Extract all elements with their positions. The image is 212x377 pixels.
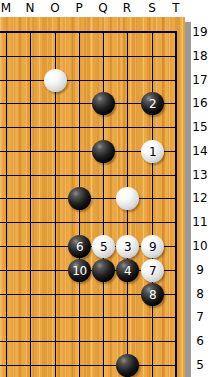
row-label-15: 15: [189, 119, 211, 135]
row-label-11: 11: [189, 214, 211, 230]
grid-line-horizontal-5: [0, 365, 177, 366]
row-label-13: 13: [189, 167, 211, 183]
grid-line-vertical-N: [30, 31, 31, 377]
move-number-label: 7: [149, 265, 156, 277]
goban[interactable]: 21653910478: [0, 17, 185, 377]
move-number-label: 1: [149, 146, 156, 158]
black-stone-R5: [116, 354, 139, 377]
column-label-P: P: [67, 1, 91, 15]
row-label-17: 17: [189, 72, 211, 88]
grid-line-horizontal-17: [0, 80, 177, 81]
grid-line-horizontal-18: [0, 56, 177, 57]
white-stone-S9: 7: [141, 259, 164, 282]
move-number-label: 6: [76, 241, 83, 253]
white-stone-S14: 1: [141, 140, 164, 163]
row-label-9: 9: [189, 262, 211, 278]
grid-line-vertical-M: [6, 31, 7, 377]
grid-line-vertical-T: [175, 31, 177, 377]
black-stone-P12: [68, 187, 91, 210]
column-label-R: R: [115, 1, 139, 15]
row-label-16: 16: [189, 95, 211, 111]
go-board-diagram: MNOPQRST 21653910478 1918171615141312111…: [0, 0, 212, 377]
grid-line-horizontal-15: [0, 127, 177, 128]
row-label-10: 10: [189, 238, 211, 254]
column-label-S: S: [140, 1, 164, 15]
move-number-label: 9: [149, 241, 156, 253]
grid-line-horizontal-6: [0, 341, 177, 342]
white-stone-S10: 9: [141, 235, 164, 258]
black-stone-Q14: [92, 140, 115, 163]
column-label-N: N: [18, 1, 42, 15]
grid-line-horizontal-7: [0, 317, 177, 318]
row-label-19: 19: [189, 24, 211, 40]
column-label-Q: Q: [91, 1, 115, 15]
row-label-6: 6: [189, 333, 211, 349]
grid-line-horizontal-19: [0, 31, 177, 33]
white-stone-R12: [116, 187, 139, 210]
move-number-label: 3: [124, 241, 131, 253]
row-label-7: 7: [189, 309, 211, 325]
row-label-8: 8: [189, 286, 211, 302]
black-stone-P9: 10: [68, 259, 91, 282]
move-number-label: 4: [124, 265, 131, 277]
row-label-12: 12: [189, 190, 211, 206]
move-number-label: 2: [149, 98, 156, 110]
column-label-M: M: [0, 1, 18, 15]
black-stone-P10: 6: [68, 235, 91, 258]
move-number-label: 8: [149, 289, 156, 301]
black-stone-Q9: [92, 259, 115, 282]
column-label-T: T: [164, 1, 188, 15]
column-label-O: O: [43, 1, 67, 15]
white-stone-R10: 3: [116, 235, 139, 258]
black-stone-S16: 2: [141, 92, 164, 115]
grid-line-horizontal-13: [0, 175, 177, 176]
move-number-label: 10: [72, 265, 86, 277]
row-label-14: 14: [189, 143, 211, 159]
black-stone-Q16: [92, 92, 115, 115]
white-stone-Q10: 5: [92, 235, 115, 258]
move-number-label: 5: [100, 241, 107, 253]
grid-line-vertical-S: [152, 31, 153, 377]
black-stone-S8: 8: [141, 283, 164, 306]
white-stone-O17: [44, 69, 67, 92]
black-stone-R9: 4: [116, 259, 139, 282]
row-label-18: 18: [189, 48, 211, 64]
grid-line-vertical-Q: [103, 31, 104, 377]
grid-line-horizontal-11: [0, 222, 177, 223]
row-label-5: 5: [189, 357, 211, 373]
